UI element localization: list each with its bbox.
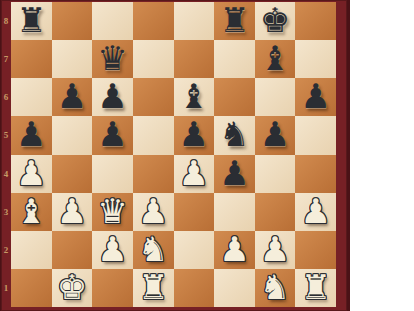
piece-white-pawn: ♟ — [219, 232, 249, 266]
square-e3 — [174, 193, 215, 231]
chess-diagram-page: 87654321 ♜♜♚♛♝♟♟♝♟♟♟♟♞♟♟♟♟♝♟♛♟♟♟♞♟♟♚♜♞♜ — [0, 0, 414, 311]
piece-black-pawn: ♟ — [300, 79, 330, 113]
piece-white-knight: ♞ — [138, 232, 168, 266]
piece-white-pawn: ♟ — [138, 194, 168, 228]
rank-label-7: 7 — [1, 40, 11, 78]
piece-white-queen: ♛ — [97, 194, 127, 228]
square-a1 — [11, 269, 52, 307]
square-f3 — [214, 193, 255, 231]
square-g7: ♝ — [255, 40, 296, 78]
piece-black-pawn: ♟ — [219, 156, 249, 190]
square-c3: ♛ — [92, 193, 133, 231]
square-c7: ♛ — [92, 40, 133, 78]
square-g6 — [255, 78, 296, 116]
rank-label-2: 2 — [1, 231, 11, 269]
square-f8: ♜ — [214, 2, 255, 40]
piece-black-queen: ♛ — [97, 41, 127, 75]
square-b4 — [52, 155, 93, 193]
piece-white-king: ♚ — [57, 270, 87, 304]
square-d1: ♜ — [133, 269, 174, 307]
square-h6: ♟ — [295, 78, 336, 116]
piece-white-knight: ♞ — [260, 270, 290, 304]
piece-white-pawn: ♟ — [260, 232, 290, 266]
piece-white-pawn: ♟ — [97, 232, 127, 266]
square-e4: ♟ — [174, 155, 215, 193]
piece-black-pawn: ♟ — [57, 79, 87, 113]
square-f7 — [214, 40, 255, 78]
square-d5 — [133, 116, 174, 154]
rank-label-3: 3 — [1, 193, 11, 231]
square-a6 — [11, 78, 52, 116]
piece-white-bishop: ♝ — [16, 194, 46, 228]
square-b3: ♟ — [52, 193, 93, 231]
square-h1: ♜ — [295, 269, 336, 307]
piece-white-pawn: ♟ — [16, 156, 46, 190]
square-a8: ♜ — [11, 2, 52, 40]
square-g2: ♟ — [255, 231, 296, 269]
piece-black-rook: ♜ — [16, 3, 46, 37]
square-d6 — [133, 78, 174, 116]
rank-label-5: 5 — [1, 116, 11, 154]
square-g8: ♚ — [255, 2, 296, 40]
square-h4 — [295, 155, 336, 193]
square-b1: ♚ — [52, 269, 93, 307]
square-f1 — [214, 269, 255, 307]
square-a4: ♟ — [11, 155, 52, 193]
square-c5: ♟ — [92, 116, 133, 154]
piece-black-bishop: ♝ — [179, 79, 209, 113]
piece-white-pawn: ♟ — [179, 156, 209, 190]
piece-black-king: ♚ — [260, 3, 290, 37]
square-h5 — [295, 116, 336, 154]
square-d2: ♞ — [133, 231, 174, 269]
square-b7 — [52, 40, 93, 78]
piece-black-pawn: ♟ — [16, 117, 46, 151]
square-b2 — [52, 231, 93, 269]
square-c6: ♟ — [92, 78, 133, 116]
square-e5: ♟ — [174, 116, 215, 154]
piece-white-pawn: ♟ — [300, 194, 330, 228]
piece-black-pawn: ♟ — [97, 79, 127, 113]
square-e8 — [174, 2, 215, 40]
square-c4 — [92, 155, 133, 193]
square-d3: ♟ — [133, 193, 174, 231]
square-h8 — [295, 2, 336, 40]
square-a7 — [11, 40, 52, 78]
piece-white-rook: ♜ — [300, 270, 330, 304]
square-d7 — [133, 40, 174, 78]
chess-board: ♜♜♚♛♝♟♟♝♟♟♟♟♞♟♟♟♟♝♟♛♟♟♟♞♟♟♚♜♞♜ — [11, 2, 336, 307]
piece-black-pawn: ♟ — [97, 117, 127, 151]
square-h2 — [295, 231, 336, 269]
square-c8 — [92, 2, 133, 40]
square-g3 — [255, 193, 296, 231]
board-frame: 87654321 ♜♜♚♛♝♟♟♝♟♟♟♟♞♟♟♟♟♝♟♛♟♟♟♞♟♟♚♜♞♜ — [0, 0, 350, 311]
piece-black-bishop: ♝ — [260, 41, 290, 75]
square-g5: ♟ — [255, 116, 296, 154]
rank-label-8: 8 — [1, 2, 11, 40]
square-b8 — [52, 2, 93, 40]
square-h3: ♟ — [295, 193, 336, 231]
square-e1 — [174, 269, 215, 307]
square-a2 — [11, 231, 52, 269]
piece-black-pawn: ♟ — [179, 117, 209, 151]
square-c2: ♟ — [92, 231, 133, 269]
square-f2: ♟ — [214, 231, 255, 269]
square-e6: ♝ — [174, 78, 215, 116]
square-b5 — [52, 116, 93, 154]
piece-white-pawn: ♟ — [57, 194, 87, 228]
square-c1 — [92, 269, 133, 307]
square-g1: ♞ — [255, 269, 296, 307]
square-b6: ♟ — [52, 78, 93, 116]
square-a3: ♝ — [11, 193, 52, 231]
square-d4 — [133, 155, 174, 193]
square-h7 — [295, 40, 336, 78]
square-f4: ♟ — [214, 155, 255, 193]
square-f5: ♞ — [214, 116, 255, 154]
piece-white-rook: ♜ — [138, 270, 168, 304]
rank-label-6: 6 — [1, 78, 11, 116]
square-a5: ♟ — [11, 116, 52, 154]
piece-black-pawn: ♟ — [260, 117, 290, 151]
square-d8 — [133, 2, 174, 40]
rank-label-1: 1 — [1, 269, 11, 307]
piece-black-rook: ♜ — [219, 3, 249, 37]
piece-black-knight: ♞ — [219, 117, 249, 151]
rank-labels: 87654321 — [1, 2, 11, 307]
square-e7 — [174, 40, 215, 78]
square-g4 — [255, 155, 296, 193]
rank-label-4: 4 — [1, 155, 11, 193]
square-e2 — [174, 231, 215, 269]
square-f6 — [214, 78, 255, 116]
